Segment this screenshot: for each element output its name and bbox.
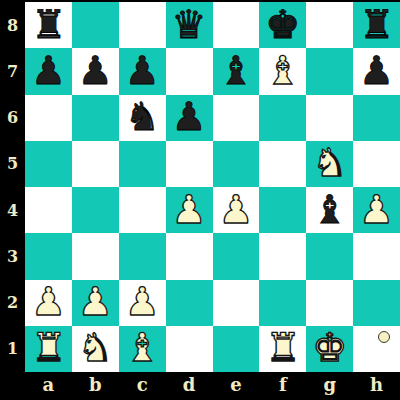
rank-label-6: 6	[0, 95, 25, 141]
piece-white-pawn-c2[interactable]: ♟	[125, 282, 160, 321]
square-b8[interactable]	[72, 2, 119, 48]
chess-board: ♜♛♚♜♟♟♟♝♝♟♞♟♞♟♟♝♟♟♟♟♜♞♝♜♚	[25, 2, 400, 372]
square-g2[interactable]	[306, 280, 353, 326]
piece-white-knight-b1[interactable]: ♞	[78, 328, 113, 367]
square-a4[interactable]	[25, 187, 72, 233]
square-f3[interactable]	[259, 233, 306, 279]
square-d5[interactable]	[166, 141, 213, 187]
square-g6[interactable]	[306, 95, 353, 141]
square-b5[interactable]	[72, 141, 119, 187]
square-g3[interactable]	[306, 233, 353, 279]
square-h2[interactable]	[353, 280, 400, 326]
piece-black-pawn-d6[interactable]: ♟	[172, 97, 207, 136]
piece-white-king-g1[interactable]: ♚	[312, 328, 347, 367]
square-e2[interactable]	[213, 280, 260, 326]
piece-white-bishop-c1[interactable]: ♝	[125, 328, 160, 367]
piece-black-king-f8[interactable]: ♚	[265, 5, 300, 44]
file-labels: abcdefgh	[25, 372, 400, 400]
file-label-d: d	[166, 372, 213, 400]
square-b4[interactable]	[72, 187, 119, 233]
piece-white-bishop-f7[interactable]: ♝	[265, 51, 300, 90]
square-e7[interactable]: ♝	[213, 48, 260, 94]
piece-white-pawn-b2[interactable]: ♟	[78, 282, 113, 321]
piece-black-pawn-h7[interactable]: ♟	[359, 51, 394, 90]
piece-black-pawn-c7[interactable]: ♟	[125, 51, 160, 90]
square-c4[interactable]	[119, 187, 166, 233]
rank-label-5: 5	[0, 141, 25, 187]
square-b3[interactable]	[72, 233, 119, 279]
square-e8[interactable]	[213, 2, 260, 48]
square-a2[interactable]: ♟	[25, 280, 72, 326]
square-d8[interactable]: ♛	[166, 2, 213, 48]
square-g5[interactable]: ♞	[306, 141, 353, 187]
square-f4[interactable]	[259, 187, 306, 233]
piece-black-rook-h8[interactable]: ♜	[359, 5, 394, 44]
chessboard-frame: 87654321 ♜♛♚♜♟♟♟♝♝♟♞♟♞♟♟♝♟♟♟♟♜♞♝♜♚ abcde…	[0, 0, 400, 400]
rank-labels: 87654321	[0, 2, 25, 372]
square-b1[interactable]: ♞	[72, 326, 119, 372]
square-d1[interactable]	[166, 326, 213, 372]
square-e6[interactable]	[213, 95, 260, 141]
file-label-f: f	[259, 372, 306, 400]
square-d3[interactable]	[166, 233, 213, 279]
square-f5[interactable]	[259, 141, 306, 187]
rank-label-7: 7	[0, 48, 25, 94]
square-a8[interactable]: ♜	[25, 2, 72, 48]
file-label-b: b	[72, 372, 119, 400]
square-a6[interactable]	[25, 95, 72, 141]
rank-label-1: 1	[0, 326, 25, 372]
square-f7[interactable]: ♝	[259, 48, 306, 94]
square-c8[interactable]	[119, 2, 166, 48]
square-c7[interactable]: ♟	[119, 48, 166, 94]
piece-black-pawn-b7[interactable]: ♟	[78, 51, 113, 90]
square-f1[interactable]: ♜	[259, 326, 306, 372]
piece-white-pawn-a2[interactable]: ♟	[31, 282, 66, 321]
piece-black-pawn-a7[interactable]: ♟	[31, 51, 66, 90]
piece-white-pawn-d4[interactable]: ♟	[172, 190, 207, 229]
square-b6[interactable]	[72, 95, 119, 141]
square-d2[interactable]	[166, 280, 213, 326]
white-to-move-indicator-dot	[378, 331, 390, 343]
file-label-c: c	[119, 372, 166, 400]
piece-white-knight-g5[interactable]: ♞	[312, 143, 347, 182]
square-g7[interactable]	[306, 48, 353, 94]
square-g1[interactable]: ♚	[306, 326, 353, 372]
square-h6[interactable]	[353, 95, 400, 141]
rank-label-4: 4	[0, 187, 25, 233]
file-label-e: e	[213, 372, 260, 400]
square-c2[interactable]: ♟	[119, 280, 166, 326]
square-e5[interactable]	[213, 141, 260, 187]
square-h3[interactable]	[353, 233, 400, 279]
square-h4[interactable]: ♟	[353, 187, 400, 233]
piece-black-queen-d8[interactable]: ♛	[172, 5, 207, 44]
piece-white-pawn-h4[interactable]: ♟	[359, 190, 394, 229]
square-c1[interactable]: ♝	[119, 326, 166, 372]
piece-white-pawn-e4[interactable]: ♟	[218, 190, 253, 229]
square-a5[interactable]	[25, 141, 72, 187]
piece-white-rook-f1[interactable]: ♜	[265, 328, 300, 367]
square-c6[interactable]: ♞	[119, 95, 166, 141]
square-f2[interactable]	[259, 280, 306, 326]
square-g4[interactable]: ♝	[306, 187, 353, 233]
square-a1[interactable]: ♜	[25, 326, 72, 372]
square-b2[interactable]: ♟	[72, 280, 119, 326]
piece-black-knight-c6[interactable]: ♞	[125, 97, 160, 136]
piece-black-rook-a8[interactable]: ♜	[31, 5, 66, 44]
rank-label-3: 3	[0, 233, 25, 279]
square-b7[interactable]: ♟	[72, 48, 119, 94]
rank-label-2: 2	[0, 280, 25, 326]
square-e3[interactable]	[213, 233, 260, 279]
square-e1[interactable]	[213, 326, 260, 372]
square-a7[interactable]: ♟	[25, 48, 72, 94]
square-c3[interactable]	[119, 233, 166, 279]
piece-black-bishop-e7[interactable]: ♝	[218, 51, 253, 90]
rank-label-8: 8	[0, 2, 25, 48]
square-e4[interactable]: ♟	[213, 187, 260, 233]
file-label-g: g	[306, 372, 353, 400]
square-h8[interactable]: ♜	[353, 2, 400, 48]
square-d6[interactable]: ♟	[166, 95, 213, 141]
file-label-h: h	[353, 372, 400, 400]
square-f6[interactable]	[259, 95, 306, 141]
square-d4[interactable]: ♟	[166, 187, 213, 233]
piece-white-rook-a1[interactable]: ♜	[31, 328, 66, 367]
square-h5[interactable]	[353, 141, 400, 187]
square-h1[interactable]	[353, 326, 400, 372]
square-d7[interactable]	[166, 48, 213, 94]
file-label-a: a	[25, 372, 72, 400]
square-a3[interactable]	[25, 233, 72, 279]
square-h7[interactable]: ♟	[353, 48, 400, 94]
square-c5[interactable]	[119, 141, 166, 187]
square-f8[interactable]: ♚	[259, 2, 306, 48]
piece-black-bishop-g4[interactable]: ♝	[312, 190, 347, 229]
square-g8[interactable]	[306, 2, 353, 48]
